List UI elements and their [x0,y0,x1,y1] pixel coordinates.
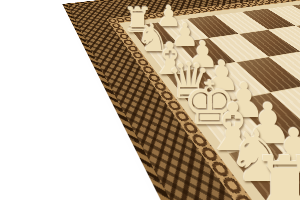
photo-stage: ♜♞♝♛♚♝♞♜♟♟♟♟♟♟♟♟ [0,0,300,200]
piece-white-rook[interactable]: ♜ [250,146,300,200]
pieces-layer: ♜♞♝♛♚♝♞♜♟♟♟♟♟♟♟♟ [0,0,300,200]
